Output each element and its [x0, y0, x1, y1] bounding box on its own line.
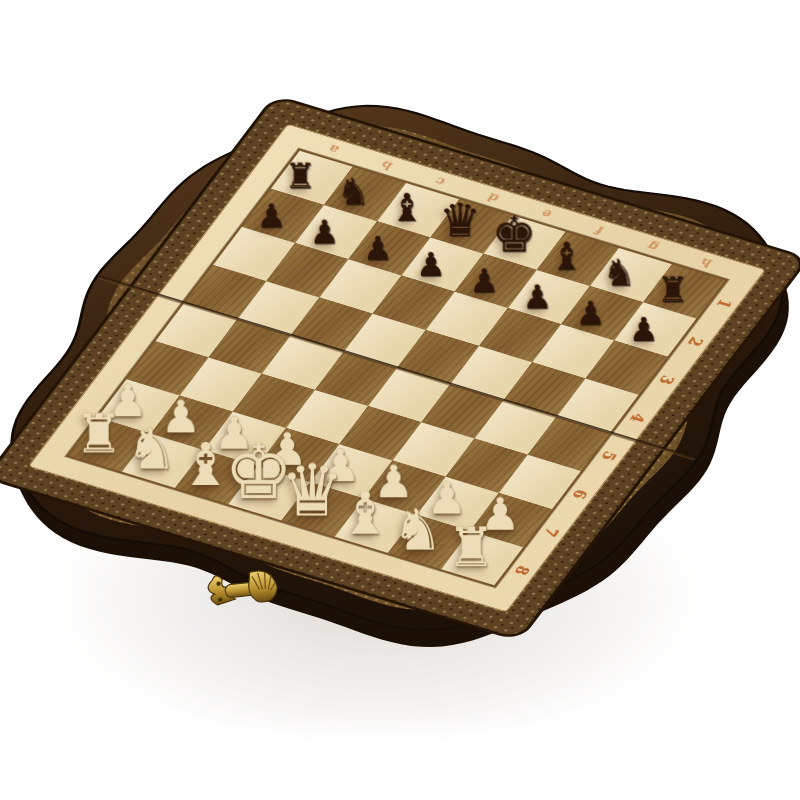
brass-clasp [199, 557, 289, 625]
piece-light-queen-e1: ♛ [280, 454, 345, 526]
piece-dark-bishop-f8: ♝ [549, 237, 583, 275]
piece-dark-pawn-g7: ♟ [576, 297, 606, 330]
piece-dark-bishop-c8: ♝ [390, 189, 424, 227]
piece-dark-pawn-a7: ♟ [257, 199, 287, 232]
piece-light-rook-a1: ♜ [75, 407, 123, 461]
piece-dark-pawn-b7: ♟ [310, 216, 340, 249]
piece-light-knight-g1: ♞ [392, 502, 443, 559]
piece-light-knight-b1: ♞ [126, 421, 177, 478]
piece-dark-queen-d8: ♛ [440, 197, 481, 243]
piece-dark-knight-b8: ♞ [337, 174, 370, 211]
piece-dark-pawn-f7: ♟ [523, 281, 553, 314]
piece-dark-king-e8: ♚ [491, 209, 536, 259]
piece-light-rook-h1: ♜ [447, 521, 495, 575]
piece-dark-knight-g8: ♞ [603, 255, 636, 292]
piece-dark-pawn-d7: ♟ [416, 248, 446, 281]
piece-light-bishop-f1: ♝ [338, 484, 391, 543]
piece-dark-pawn-h7: ♟ [629, 313, 659, 346]
chess-set-photo: ♜♞♝♛♚♝♞♜♟♟♟♟♟♟♟♟♟♟♟♟♟♟♟♟♜♞♝♚♛♝♞♜ 1234567… [0, 0, 800, 800]
piece-dark-rook-a8: ♜ [285, 159, 316, 194]
piece-dark-rook-h8: ♜ [657, 273, 688, 308]
piece-dark-pawn-c7: ♟ [363, 232, 393, 265]
piece-dark-pawn-e7: ♟ [469, 264, 499, 297]
